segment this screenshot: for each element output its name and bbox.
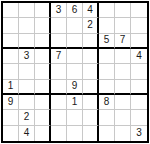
cell-r7c4[interactable] xyxy=(51,95,67,110)
cell-r4c9-given[interactable]: 4 xyxy=(131,49,147,64)
cell-r9c6[interactable] xyxy=(83,126,99,141)
cell-r2c7[interactable] xyxy=(99,18,115,33)
cell-r4c1[interactable] xyxy=(3,49,19,64)
cell-r2c5[interactable] xyxy=(67,18,83,33)
cell-r4c5[interactable] xyxy=(67,49,83,64)
cell-r1c8[interactable] xyxy=(115,3,131,18)
cell-r5c2[interactable] xyxy=(19,64,35,79)
cell-r6c3[interactable] xyxy=(35,80,51,95)
cell-r5c5[interactable] xyxy=(67,64,83,79)
cell-r2c1[interactable] xyxy=(3,18,19,33)
cell-r9c8[interactable] xyxy=(115,126,131,141)
cell-r2c2[interactable] xyxy=(19,18,35,33)
cell-r8c6[interactable] xyxy=(83,110,99,125)
cell-r8c5[interactable] xyxy=(67,110,83,125)
cell-r8c2-given[interactable]: 2 xyxy=(19,110,35,125)
cell-r2c6-given[interactable]: 2 xyxy=(83,18,99,33)
cell-r3c5[interactable] xyxy=(67,34,83,49)
cell-r5c8[interactable] xyxy=(115,64,131,79)
cell-r9c5[interactable] xyxy=(67,126,83,141)
cell-r2c8[interactable] xyxy=(115,18,131,33)
cell-r6c6[interactable] xyxy=(83,80,99,95)
cell-r3c6[interactable] xyxy=(83,34,99,49)
cell-r7c1-given[interactable]: 9 xyxy=(3,95,19,110)
cell-r1c3[interactable] xyxy=(35,3,51,18)
cell-r3c7-given[interactable]: 5 xyxy=(99,34,115,49)
cell-r6c2[interactable] xyxy=(19,80,35,95)
cell-r8c8[interactable] xyxy=(115,110,131,125)
cell-r5c4[interactable] xyxy=(51,64,67,79)
cell-r7c5-given[interactable]: 1 xyxy=(67,95,83,110)
cell-r3c9[interactable] xyxy=(131,34,147,49)
cell-r9c7[interactable] xyxy=(99,126,115,141)
cell-r5c9[interactable] xyxy=(131,64,147,79)
cell-r5c7[interactable] xyxy=(99,64,115,79)
cell-r4c3[interactable] xyxy=(35,49,51,64)
cell-r5c3[interactable] xyxy=(35,64,51,79)
cell-r8c3[interactable] xyxy=(35,110,51,125)
cell-r7c2[interactable] xyxy=(19,95,35,110)
cell-r2c4[interactable] xyxy=(51,18,67,33)
cell-r4c8[interactable] xyxy=(115,49,131,64)
cell-r7c9[interactable] xyxy=(131,95,147,110)
cell-r6c1-given[interactable]: 1 xyxy=(3,80,19,95)
cell-r8c9[interactable] xyxy=(131,110,147,125)
cell-r9c2-given[interactable]: 4 xyxy=(19,126,35,141)
cell-r6c5-given[interactable]: 9 xyxy=(67,80,83,95)
cell-r1c1[interactable] xyxy=(3,3,19,18)
cell-r1c9[interactable] xyxy=(131,3,147,18)
cell-r7c7-given[interactable]: 8 xyxy=(99,95,115,110)
cell-r9c3[interactable] xyxy=(35,126,51,141)
cell-r1c4-given[interactable]: 3 xyxy=(51,3,67,18)
cell-r7c8[interactable] xyxy=(115,95,131,110)
cell-r2c9[interactable] xyxy=(131,18,147,33)
sudoku-board: 36425737419918243 xyxy=(1,1,149,143)
cell-r3c8-given[interactable]: 7 xyxy=(115,34,131,49)
cell-r7c3[interactable] xyxy=(35,95,51,110)
cell-r9c1[interactable] xyxy=(3,126,19,141)
cell-r3c2[interactable] xyxy=(19,34,35,49)
cell-r3c4[interactable] xyxy=(51,34,67,49)
cell-r2c3[interactable] xyxy=(35,18,51,33)
cell-r4c4-given[interactable]: 7 xyxy=(51,49,67,64)
cell-r5c1[interactable] xyxy=(3,64,19,79)
cell-r6c9[interactable] xyxy=(131,80,147,95)
cell-r7c6[interactable] xyxy=(83,95,99,110)
cell-r8c4[interactable] xyxy=(51,110,67,125)
cell-r4c7[interactable] xyxy=(99,49,115,64)
cell-r1c5-given[interactable]: 6 xyxy=(67,3,83,18)
cell-r1c6-given[interactable]: 4 xyxy=(83,3,99,18)
cell-r6c7[interactable] xyxy=(99,80,115,95)
cell-r1c7[interactable] xyxy=(99,3,115,18)
cell-r8c7[interactable] xyxy=(99,110,115,125)
cell-r8c1[interactable] xyxy=(3,110,19,125)
cell-r4c6[interactable] xyxy=(83,49,99,64)
cell-r3c3[interactable] xyxy=(35,34,51,49)
cell-r9c4[interactable] xyxy=(51,126,67,141)
cell-r6c8[interactable] xyxy=(115,80,131,95)
cell-r9c9-given[interactable]: 3 xyxy=(131,126,147,141)
cell-r5c6[interactable] xyxy=(83,64,99,79)
cell-r6c4[interactable] xyxy=(51,80,67,95)
cell-r1c2[interactable] xyxy=(19,3,35,18)
cell-r4c2-given[interactable]: 3 xyxy=(19,49,35,64)
cell-r3c1[interactable] xyxy=(3,34,19,49)
